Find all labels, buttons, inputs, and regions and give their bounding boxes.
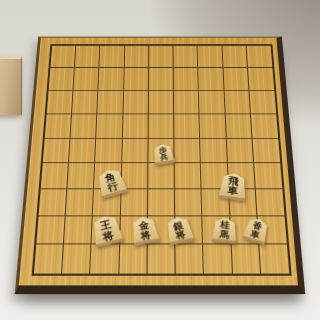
board-cell — [259, 245, 289, 274]
board-cell — [223, 68, 249, 91]
piece-face: 銀将 — [164, 215, 195, 246]
board-cell — [96, 138, 123, 163]
piece-face: 桂馬 — [212, 216, 238, 244]
board-cell — [74, 68, 100, 91]
piece-gold[interactable]: 金将 — [132, 217, 159, 244]
board-cell — [71, 114, 98, 138]
board-grid: 歩兵角行飛車王将金将銀将桂馬香車 — [32, 44, 292, 276]
board-cell — [148, 164, 175, 190]
piece-pawn[interactable]: 歩兵 — [153, 144, 174, 164]
board-cell — [231, 245, 261, 274]
board-cell — [200, 138, 227, 163]
board-cell — [203, 245, 232, 274]
board-cell — [69, 138, 96, 163]
piece-face: 飛車 — [218, 172, 247, 202]
board-cell — [248, 68, 275, 91]
shogi-board: 歩兵角行飛車王将金将銀将桂馬香車 — [15, 37, 305, 295]
board-cell — [246, 46, 272, 68]
board-cell — [123, 91, 149, 115]
board-cell — [99, 68, 125, 91]
board-cell — [97, 114, 124, 138]
board-cell — [43, 138, 71, 163]
board-cell — [224, 91, 251, 115]
piece-kanji: 将 — [175, 230, 187, 241]
board-cell — [149, 68, 174, 91]
board-cell — [91, 245, 120, 274]
board-cell — [200, 114, 227, 138]
board-cell — [174, 46, 199, 68]
board-cell — [50, 46, 76, 68]
board-cell — [38, 190, 67, 217]
board-cell — [49, 68, 75, 91]
board-cell — [64, 217, 93, 245]
board-cell — [122, 138, 149, 163]
board-cell — [47, 91, 74, 115]
board-cell — [41, 164, 69, 190]
piece-kanji: 車 — [250, 229, 261, 240]
board-cell — [174, 114, 200, 138]
board-cell — [174, 68, 199, 91]
piece-lance[interactable]: 香車 — [244, 219, 269, 243]
board-cell — [124, 68, 149, 91]
board-cell — [149, 91, 175, 115]
piece-box — [0, 56, 22, 115]
piece-kanji: 将 — [140, 230, 152, 241]
piece-face: 王将 — [89, 213, 123, 248]
board-cell — [124, 46, 149, 68]
board-cell — [45, 114, 72, 138]
piece-face: 香車 — [242, 216, 271, 246]
board-cell — [121, 190, 149, 217]
board-cell — [149, 46, 174, 68]
piece-face: 歩兵 — [152, 143, 175, 165]
board-wood: 歩兵角行飛車王将金将銀将桂馬香車 — [15, 37, 305, 295]
board-cell — [72, 91, 99, 115]
piece-kanji: 行 — [106, 181, 119, 193]
board-cell — [68, 164, 96, 190]
piece-kanji: 車 — [227, 186, 238, 197]
piece-kanji: 兵 — [159, 154, 168, 162]
piece-bishop[interactable]: 角行 — [97, 169, 125, 195]
piece-silver[interactable]: 銀将 — [167, 217, 193, 243]
board-cell — [100, 46, 125, 68]
board-cell — [119, 245, 148, 274]
board-cell — [251, 114, 278, 138]
board-cell — [225, 114, 252, 138]
board-cell — [174, 91, 200, 115]
piece-rook[interactable]: 飛車 — [219, 173, 247, 200]
board-cell — [98, 91, 124, 115]
board-cell — [34, 245, 64, 274]
board-cell — [175, 190, 203, 217]
board-cell — [175, 164, 202, 190]
piece-knight[interactable]: 桂馬 — [212, 217, 238, 242]
piece-kanji: 馬 — [220, 230, 230, 240]
piece-kanji: 将 — [101, 229, 114, 242]
board-cell — [198, 46, 223, 68]
board-cell — [62, 245, 92, 274]
piece-king[interactable]: 王将 — [92, 215, 121, 244]
board-cell — [66, 190, 95, 217]
board-cell — [199, 91, 225, 115]
board-cell — [174, 138, 201, 163]
board-cell — [226, 138, 254, 163]
board-cell — [252, 138, 280, 163]
board-cell — [198, 68, 224, 91]
board-cell — [254, 164, 283, 190]
board-cell — [36, 217, 66, 245]
board-cell — [123, 114, 149, 138]
board-cell — [256, 190, 285, 217]
piece-face: 金将 — [130, 215, 161, 246]
board-cell — [176, 245, 205, 274]
board-cell — [75, 46, 101, 68]
board-cell — [249, 91, 276, 115]
piece-face: 角行 — [95, 166, 128, 199]
board-cell — [148, 190, 175, 217]
board-cell — [147, 245, 175, 274]
board-cell — [222, 46, 248, 68]
board-cell — [148, 114, 174, 138]
photo-scene: 歩兵角行飛車王将金将銀将桂馬香車 — [0, 0, 320, 320]
